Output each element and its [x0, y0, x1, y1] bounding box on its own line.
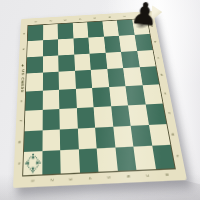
board-square[interactable]: [91, 69, 109, 88]
coordinate-label: 2: [49, 174, 54, 186]
coordinate-label: 6: [125, 171, 131, 183]
four-pawns-corner-logo: ♟♟♟♟: [25, 154, 40, 173]
coordinate-label: f: [16, 118, 25, 123]
diamond-logo-icon: ♦: [21, 64, 24, 68]
coordinate-label: e: [161, 91, 170, 96]
pawn-icon: ♟: [31, 166, 35, 172]
board-square[interactable]: [60, 150, 79, 174]
black-pawn[interactable]: ♟: [129, 0, 159, 32]
coordinate-label: g: [168, 131, 178, 137]
board-square[interactable]: [78, 149, 98, 173]
coordinate-label: h: [172, 153, 182, 159]
board-square[interactable]: [25, 91, 42, 111]
board-square[interactable]: [74, 53, 91, 71]
coordinate-label: 1: [34, 18, 38, 25]
board-square[interactable]: [92, 87, 111, 107]
pawn-icon: ♟: [26, 161, 31, 166]
board-square[interactable]: [43, 39, 59, 56]
board-square[interactable]: [90, 52, 107, 70]
us-chess-wordmark: ♦ US CHESS: [17, 62, 26, 106]
coordinate-label: h: [14, 161, 23, 167]
coordinate-label: 4: [87, 172, 92, 184]
board-square[interactable]: [97, 148, 118, 172]
board-square[interactable]: [24, 130, 42, 152]
board-square[interactable]: [42, 90, 59, 110]
board-square[interactable]: [59, 108, 77, 129]
coordinate-label: 6: [107, 14, 111, 21]
board-square[interactable]: [95, 126, 115, 148]
board-square[interactable]: [59, 71, 76, 90]
board-square[interactable]: [76, 107, 95, 128]
board-square[interactable]: [42, 129, 60, 151]
board-square[interactable]: [58, 23, 73, 39]
coordinate-label: d: [157, 73, 166, 78]
board-square[interactable]: [42, 109, 60, 130]
pawn-icon: ♟: [35, 160, 40, 165]
board-square[interactable]: [88, 36, 105, 53]
board-square[interactable]: [58, 38, 74, 55]
coordinate-label: 1: [30, 175, 35, 187]
board-square[interactable]: [26, 73, 43, 92]
board-square[interactable]: [75, 70, 92, 89]
coordinate-label: b: [151, 39, 159, 43]
coordinate-label: 8: [163, 169, 170, 181]
coordinate-label: f: [164, 110, 174, 115]
board-square[interactable]: [59, 89, 76, 109]
board-square[interactable]: [94, 106, 113, 127]
board-square[interactable]: [72, 22, 88, 38]
coordinate-label: 2: [48, 17, 52, 24]
board-square[interactable]: [87, 21, 103, 37]
board-square[interactable]: [60, 128, 79, 150]
coordinate-label: 7: [144, 170, 150, 182]
wordmark-text: US CHESS: [20, 69, 25, 93]
board-square[interactable]: [42, 151, 61, 175]
coordinate-label: a: [20, 31, 27, 35]
coordinate-label: g: [15, 139, 24, 145]
board-square[interactable]: [43, 24, 58, 40]
board-square[interactable]: [28, 25, 43, 41]
board-square[interactable]: [76, 88, 94, 108]
coordinate-label: b: [20, 47, 28, 51]
coordinate-label: 3: [63, 16, 67, 23]
coordinate-label: 5: [106, 172, 112, 184]
board-square[interactable]: [58, 54, 74, 72]
board-square[interactable]: [43, 55, 59, 73]
board-square[interactable]: [42, 72, 59, 91]
board-square[interactable]: [27, 40, 43, 57]
coordinate-label: 4: [78, 16, 82, 23]
coordinate-label: c: [154, 55, 163, 60]
board-square[interactable]: [77, 127, 96, 149]
coordinate-label: 5: [92, 15, 96, 22]
coordinate-label: 7: [122, 13, 127, 20]
board-square[interactable]: [25, 110, 43, 131]
board-square[interactable]: [27, 56, 43, 74]
board-square[interactable]: ♟♟♟♟: [23, 151, 42, 175]
coordinate-label: 3: [68, 173, 73, 185]
scene: 12345678 12345678 abcdefgh abcdefgh ♦ US…: [0, 0, 200, 200]
board-square[interactable]: [73, 37, 89, 54]
